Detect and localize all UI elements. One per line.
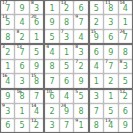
cell-r2c2[interactable]: 4	[15, 15, 28, 28]
solution-digit: 3	[94, 93, 99, 101]
cell-r6c5[interactable]: 6	[60, 74, 73, 87]
cell-r7c5[interactable]: 4	[60, 90, 73, 103]
cell-r2c3[interactable]: 206	[30, 15, 43, 28]
solution-digit: 4	[108, 122, 113, 130]
cell-r5c4[interactable]: 8	[45, 60, 58, 73]
cell-r8c3[interactable]: 144	[30, 104, 43, 117]
solution-digit: 4	[94, 63, 99, 71]
cell-r5c1[interactable]: 1	[1, 60, 14, 73]
solution-digit: 9	[108, 49, 113, 57]
solution-digit: 1	[94, 77, 99, 85]
cell-r4c8[interactable]: 9	[104, 45, 117, 58]
solution-digit: 9	[123, 122, 128, 130]
sudoku-board: 1779831354206882111326989757345118144231…	[0, 0, 133, 133]
cell-r5c8[interactable]: 77	[104, 60, 117, 73]
cell-r4c9[interactable]: 8	[119, 45, 132, 58]
solution-digit: 6	[50, 93, 55, 101]
cell-r4c6[interactable]: 83	[74, 45, 87, 58]
solution-digit: 1	[20, 107, 25, 115]
solution-digit: 6	[78, 4, 83, 12]
solution-digit: 9	[20, 4, 25, 12]
solution-digit: 8	[78, 107, 83, 115]
solution-digit: 8	[5, 33, 10, 41]
cell-r2c8[interactable]: 3	[104, 15, 117, 28]
cell-r8c2[interactable]: 1	[15, 104, 28, 117]
solution-digit: 8	[64, 19, 69, 27]
cell-r9c2[interactable]: 5	[15, 119, 28, 132]
cell-r4c2[interactable]: 137	[15, 45, 28, 58]
solution-digit: 9	[34, 63, 39, 71]
sudoku-box: 17798313542068821	[1, 1, 43, 43]
solution-digit: 7	[94, 107, 99, 115]
cell-r3c3[interactable]: 1	[30, 30, 43, 43]
cell-r5c2[interactable]: 6	[15, 60, 28, 73]
solution-digit: 9	[64, 107, 69, 115]
cell-r1c9[interactable]: 144	[119, 1, 132, 14]
cell-r7c1[interactable]: 9	[1, 90, 14, 103]
solution-digit: 8	[50, 63, 55, 71]
cell-r6c8[interactable]: 2	[104, 74, 117, 87]
solution-digit: 5	[94, 4, 99, 12]
solution-digit: 2	[78, 63, 83, 71]
cell-r4c7[interactable]: 6	[90, 45, 103, 58]
cell-r6c3[interactable]: 158	[30, 74, 43, 87]
cell-r9c6[interactable]: 91	[74, 119, 87, 132]
solution-digit: 7	[20, 49, 25, 57]
cell-r1c5[interactable]: 132	[60, 1, 73, 14]
cell-r4c4[interactable]: 44	[45, 45, 58, 58]
cell-r7c8[interactable]: 1	[104, 90, 117, 103]
solution-digit: 8	[108, 4, 113, 12]
solution-digit: 2	[34, 122, 39, 130]
solution-digit: 9	[50, 19, 55, 27]
solution-digit: 3	[64, 33, 69, 41]
cell-r3c2[interactable]: 82	[15, 30, 28, 43]
solution-digit: 2	[94, 19, 99, 27]
solution-digit: 3	[5, 107, 10, 115]
sudoku-box: 3112275681349	[90, 90, 132, 132]
solution-digit: 9	[78, 77, 83, 85]
cell-r9c9[interactable]: 9	[119, 119, 132, 132]
sudoku-box: 3213751691643158	[1, 45, 43, 87]
cell-r8c8[interactable]: 5	[104, 104, 117, 117]
solution-digit: 1	[108, 93, 113, 101]
cell-r7c7[interactable]: 3	[90, 90, 103, 103]
cell-r5c3[interactable]: 9	[30, 60, 43, 73]
solution-digit: 4	[123, 4, 128, 12]
solution-digit: 2	[123, 93, 128, 101]
solution-digit: 5	[108, 107, 113, 115]
solution-digit: 1	[34, 33, 39, 41]
solution-digit: 7	[34, 93, 39, 101]
cell-r3c4[interactable]: 5	[45, 30, 58, 43]
cell-r6c9[interactable]: 5	[119, 74, 132, 87]
cell-r1c7[interactable]: 5	[90, 1, 103, 14]
solution-digit: 5	[20, 122, 25, 130]
cell-r9c7[interactable]: 8	[90, 119, 103, 132]
solution-digit: 2	[64, 4, 69, 12]
solution-digit: 2	[20, 33, 25, 41]
cell-r1c4[interactable]: 1	[45, 1, 58, 14]
solution-digit: 5	[78, 93, 83, 101]
sudoku-box: 441838572769	[45, 45, 87, 87]
cell-r4c5[interactable]: 1	[60, 45, 73, 58]
cell-r7c9[interactable]: 122	[119, 90, 132, 103]
solution-digit: 6	[34, 19, 39, 27]
cell-r1c1[interactable]: 177	[1, 1, 14, 14]
solution-digit: 3	[20, 77, 25, 85]
cell-r3c9[interactable]: 247	[119, 30, 132, 43]
cell-r8c7[interactable]: 7	[90, 104, 103, 117]
solution-digit: 6	[94, 49, 99, 57]
cell-r5c6[interactable]: 72	[74, 60, 87, 73]
solution-digit: 8	[34, 77, 39, 85]
cell-r2c6[interactable]: 97	[74, 15, 87, 28]
solution-digit: 3	[34, 4, 39, 12]
solution-digit: 7	[123, 33, 128, 41]
cell-r2c4[interactable]: 9	[45, 15, 58, 28]
cell-r2c5[interactable]: 8	[60, 15, 73, 28]
solution-digit: 5	[50, 33, 55, 41]
cell-r3c6[interactable]: 4	[74, 30, 87, 43]
cell-r8c1[interactable]: 93	[1, 104, 14, 117]
solution-digit: 2	[5, 49, 10, 57]
solution-digit: 7	[64, 122, 69, 130]
solution-digit: 1	[123, 19, 128, 27]
cell-r8c4[interactable]: 2	[45, 104, 58, 117]
cell-r7c4[interactable]: 106	[45, 90, 58, 103]
cell-r3c5[interactable]: 73	[60, 30, 73, 43]
solution-digit: 1	[50, 4, 55, 12]
solution-digit: 9	[94, 33, 99, 41]
cell-r9c1[interactable]: 6	[1, 119, 14, 132]
solution-digit: 6	[5, 122, 10, 130]
cell-r5c5[interactable]: 5	[60, 60, 73, 73]
sudoku-box: 51181442311596247	[90, 1, 132, 43]
solution-digit: 4	[34, 107, 39, 115]
solution-digit: 7	[108, 63, 113, 71]
cell-r9c5[interactable]: 7	[60, 119, 73, 132]
cell-r8c5[interactable]: 249	[60, 104, 73, 117]
solution-digit: 6	[64, 77, 69, 85]
cell-r3c1[interactable]: 8	[1, 30, 14, 43]
sudoku-box: 106455224983791	[45, 90, 87, 132]
solution-digit: 4	[20, 19, 25, 27]
solution-digit: 4	[5, 77, 10, 85]
cell-r4c3[interactable]: 5	[30, 45, 43, 58]
solution-digit: 5	[34, 49, 39, 57]
solution-digit: 3	[123, 63, 128, 71]
cell-r2c9[interactable]: 1	[119, 15, 132, 28]
solution-digit: 5	[123, 77, 128, 85]
cell-r8c6[interactable]: 8	[74, 104, 87, 117]
solution-digit: 3	[78, 49, 83, 57]
cell-r4c1[interactable]: 32	[1, 45, 14, 58]
cell-r6c4[interactable]: 7	[45, 74, 58, 87]
cell-r6c1[interactable]: 164	[1, 74, 14, 87]
cell-r9c4[interactable]: 3	[45, 119, 58, 132]
solution-digit: 1	[78, 122, 83, 130]
solution-digit: 8	[20, 93, 25, 101]
solution-digit: 1	[64, 49, 69, 57]
cell-r1c3[interactable]: 83	[30, 1, 43, 14]
solution-digit: 5	[64, 63, 69, 71]
cell-r2c1[interactable]: 135	[1, 15, 14, 28]
solution-digit: 3	[50, 122, 55, 130]
cell-r7c2[interactable]: 168	[15, 90, 28, 103]
sudoku-box: 1132698975734	[45, 1, 87, 43]
solution-digit: 6	[20, 63, 25, 71]
cell-r7c6[interactable]: 55	[74, 90, 87, 103]
cell-r1c6[interactable]: 6	[74, 1, 87, 14]
cell-r2c7[interactable]: 2	[90, 15, 103, 28]
solution-digit: 1	[5, 63, 10, 71]
cell-r3c7[interactable]: 159	[90, 30, 103, 43]
cell-r7c3[interactable]: 7	[30, 90, 43, 103]
solution-digit: 7	[78, 19, 83, 27]
solution-digit: 9	[5, 93, 10, 101]
solution-digit: 4	[78, 33, 83, 41]
sudoku-box: 69847783125	[90, 45, 132, 87]
solution-digit: 4	[64, 93, 69, 101]
cell-r1c2[interactable]: 9	[15, 1, 28, 14]
cell-r6c7[interactable]: 1	[90, 74, 103, 87]
cell-r3c8[interactable]: 6	[104, 30, 117, 43]
cell-r6c2[interactable]: 3	[15, 74, 28, 87]
solution-digit: 5	[5, 19, 10, 27]
solution-digit: 2	[50, 107, 55, 115]
cell-r9c8[interactable]: 134	[104, 119, 117, 132]
solution-digit: 2	[108, 77, 113, 85]
solution-digit: 6	[108, 33, 113, 41]
solution-digit: 7	[50, 77, 55, 85]
cell-r5c9[interactable]: 83	[119, 60, 132, 73]
sudoku-box: 9168793114465122	[1, 90, 43, 132]
solution-digit: 3	[108, 19, 113, 27]
cell-r6c6[interactable]: 9	[74, 74, 87, 87]
cell-r5c7[interactable]: 4	[90, 60, 103, 73]
solution-digit: 6	[123, 107, 128, 115]
solution-digit: 8	[94, 122, 99, 130]
cell-r8c9[interactable]: 6	[119, 104, 132, 117]
cell-r1c8[interactable]: 118	[104, 1, 117, 14]
solution-digit: 7	[5, 4, 10, 12]
cell-r9c3[interactable]: 122	[30, 119, 43, 132]
solution-digit: 4	[50, 49, 55, 57]
solution-digit: 8	[123, 49, 128, 57]
